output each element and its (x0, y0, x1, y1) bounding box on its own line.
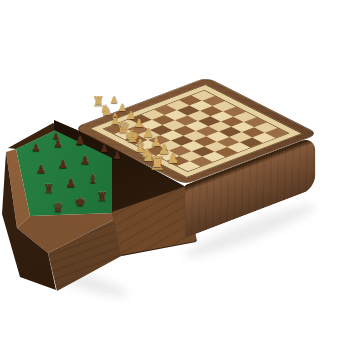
white-piece-pawn: ♟ (134, 118, 144, 130)
white-piece-bishop: ♝ (108, 112, 122, 127)
white-piece-group: ♟♜♟♞♟♝♟♛♟♚♟♝♟♞♟♜ (0, 0, 340, 340)
white-piece-knight: ♞ (140, 146, 156, 164)
white-piece-pawn: ♟ (158, 143, 170, 157)
white-piece-pawn: ♟ (126, 111, 136, 122)
white-piece-pawn: ♟ (110, 95, 119, 105)
white-piece-king: ♚ (125, 128, 140, 145)
white-piece-rook: ♜ (148, 154, 165, 173)
white-piece-pawn: ♟ (167, 151, 180, 165)
white-piece-bishop: ♝ (132, 138, 148, 156)
chess-set-photo: ♟♟♟♟♟♟♟♟♟♟♝♟♜♜♚♛ ♟♜♟♞♟♝♟♛♟♚♟♝♟♞♟♜ (0, 0, 340, 340)
white-piece-pawn: ♟ (150, 135, 162, 148)
white-piece-pawn: ♟ (142, 127, 153, 139)
white-piece-queen: ♛ (116, 120, 130, 136)
white-piece-knight: ♞ (100, 103, 113, 117)
white-piece-pawn: ♟ (117, 103, 126, 113)
white-piece-rook: ♜ (92, 95, 104, 109)
